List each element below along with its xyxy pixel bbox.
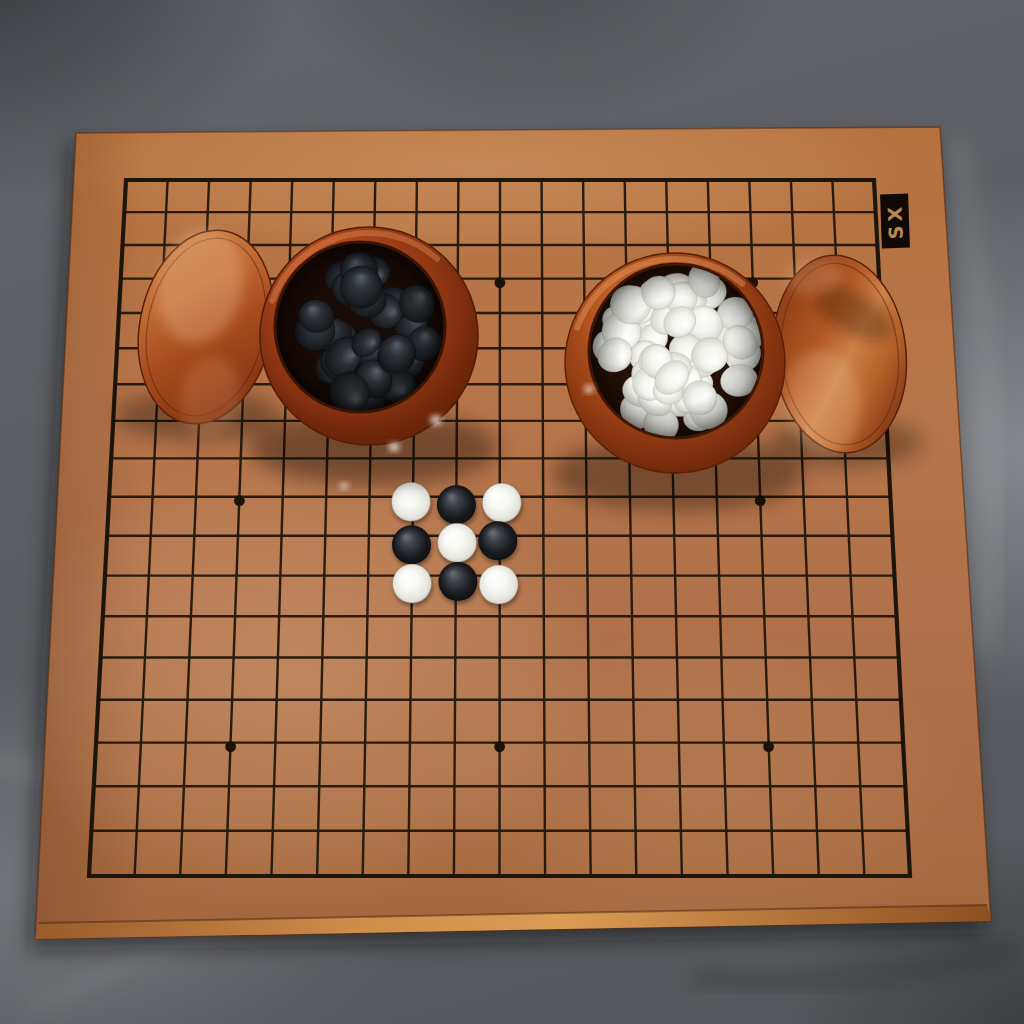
board-sheen-bottom	[430, 630, 970, 950]
go-stone-white	[479, 565, 518, 604]
bowl-glint	[585, 386, 594, 393]
board-stones	[392, 482, 522, 604]
go-set-photo: SX	[0, 0, 1024, 1024]
fabric-fold	[690, 948, 1015, 981]
star-point	[494, 741, 505, 752]
board-sheen-top	[50, 70, 910, 260]
bowl-glint	[431, 416, 442, 425]
go-stone-white	[438, 523, 477, 562]
logo-text: SX	[883, 202, 906, 239]
go-stone-white	[482, 483, 521, 522]
star-point	[495, 277, 506, 288]
star-point	[763, 741, 774, 752]
star-point	[234, 495, 245, 506]
scene: SX	[0, 0, 1024, 1024]
go-stone-black	[437, 485, 476, 524]
go-stone-black	[478, 521, 517, 560]
go-stone-white	[393, 564, 432, 603]
bowl-glint	[340, 483, 348, 489]
go-stone-black	[438, 562, 477, 601]
bowl-glint	[389, 443, 399, 451]
brand-logo: SX	[880, 194, 910, 249]
go-stone-white	[392, 482, 431, 521]
go-stone-black	[392, 525, 431, 564]
star-point	[225, 741, 236, 752]
